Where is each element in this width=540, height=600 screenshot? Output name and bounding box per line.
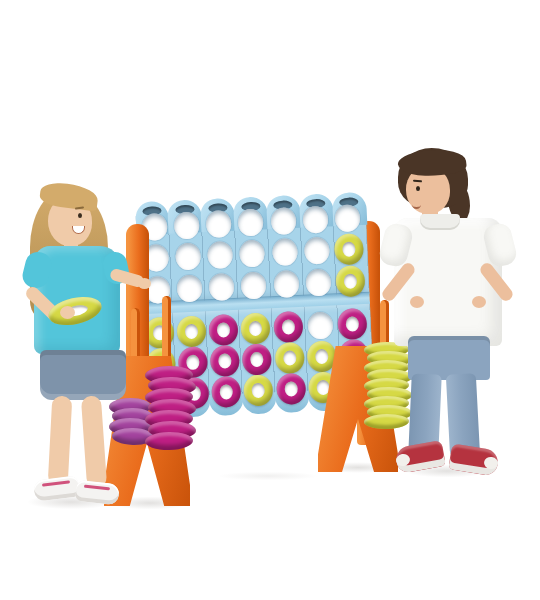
- empty-hole: [307, 311, 333, 339]
- cell-r3c7: [334, 265, 368, 298]
- cell-r4c7: [336, 308, 370, 340]
- cell-r5c4: [240, 343, 274, 375]
- cell-r6c3: [210, 376, 244, 408]
- empty-hole: [273, 270, 299, 298]
- empty-hole: [335, 204, 361, 232]
- girl-right-shoe: [75, 480, 120, 505]
- cell-r5c5: [273, 342, 307, 374]
- girl-hand-holding-disc: [60, 306, 75, 319]
- cell-r6c5: [274, 373, 308, 405]
- cell-r2c5: [268, 236, 302, 269]
- empty-hole: [176, 274, 202, 302]
- cell-r1c4: [234, 206, 268, 239]
- empty-hole: [175, 243, 201, 271]
- magenta-disc-stack: [146, 366, 194, 450]
- board-grid-upper: [138, 202, 368, 306]
- cell-r5c3: [208, 345, 242, 377]
- cell-r3c3: [205, 270, 239, 303]
- empty-hole: [239, 240, 265, 268]
- cell-r1c5: [267, 205, 301, 238]
- cell-r3c2: [173, 272, 207, 305]
- empty-hole: [209, 273, 235, 301]
- girl-hand-on-post: [138, 278, 151, 289]
- empty-hole: [304, 237, 330, 265]
- empty-hole: [270, 207, 296, 235]
- cell-r6c4: [242, 374, 276, 406]
- cell-r3c5: [269, 267, 303, 300]
- girl-eye: [78, 213, 82, 218]
- cell-r4c2: [175, 315, 209, 347]
- yellow-disc: [241, 312, 271, 344]
- yellow-disc: [336, 265, 366, 297]
- empty-hole: [207, 241, 233, 269]
- product-photo-scene: [0, 0, 540, 600]
- cell-r1c3: [202, 208, 236, 241]
- cell-r1c7: [331, 202, 365, 235]
- purple-disc: [210, 345, 240, 377]
- cell-r4c6: [304, 309, 338, 341]
- yellow-disc: [244, 374, 274, 406]
- empty-hole: [303, 206, 329, 234]
- girl-left-leg: [48, 396, 73, 487]
- girl-denim-shorts: [40, 350, 126, 400]
- purple-disc: [337, 308, 367, 340]
- empty-hole: [206, 210, 232, 238]
- cell-r1c2: [170, 209, 204, 242]
- cell-r2c6: [300, 235, 334, 268]
- boy-player: [384, 148, 529, 488]
- empty-hole: [241, 271, 267, 299]
- yellow-disc: [274, 342, 304, 374]
- cell-r2c2: [171, 241, 205, 274]
- yellow-disc: [334, 234, 364, 266]
- cell-r2c7: [332, 233, 366, 266]
- purple-disc: [273, 311, 303, 343]
- girl-left-shoe: [33, 475, 80, 501]
- boy-right-hand: [472, 296, 486, 308]
- girl-right-leg: [81, 395, 107, 488]
- boy-polo-collar: [420, 214, 460, 230]
- purple-disc: [211, 376, 241, 408]
- cell-r3c6: [302, 266, 336, 299]
- empty-hole: [272, 239, 298, 267]
- cell-r2c3: [203, 239, 237, 272]
- empty-hole: [305, 268, 331, 296]
- spare-magenta-disc: [145, 432, 193, 451]
- empty-hole: [238, 209, 264, 237]
- purple-disc: [242, 343, 272, 375]
- cell-r3c4: [237, 269, 271, 302]
- cell-r4c5: [271, 311, 305, 343]
- purple-disc: [208, 314, 238, 346]
- empty-hole: [174, 212, 200, 240]
- cell-r4c4: [239, 312, 273, 344]
- purple-disc: [276, 373, 306, 405]
- boy-left-hand: [410, 296, 424, 308]
- cell-r2c4: [236, 238, 270, 271]
- cell-r4c3: [207, 314, 241, 346]
- yellow-disc: [176, 315, 206, 347]
- cell-r1c6: [299, 203, 333, 236]
- boy-eye: [416, 186, 420, 191]
- girl-player: [12, 180, 152, 510]
